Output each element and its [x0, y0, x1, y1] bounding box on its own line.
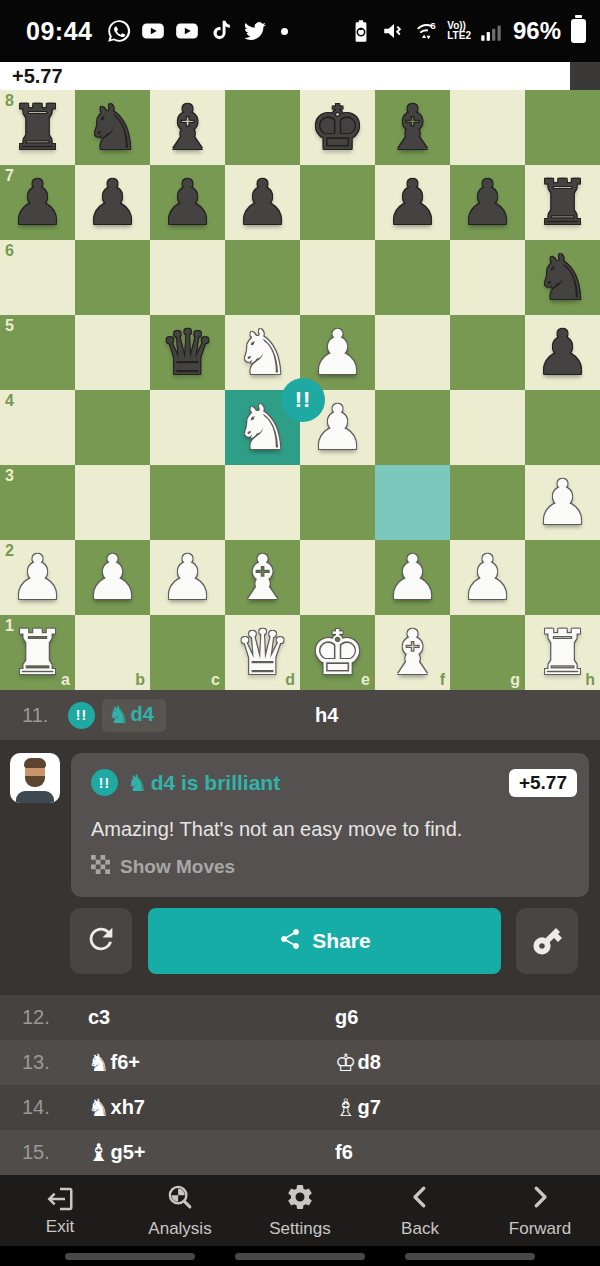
black-bishop-c8: ♝ — [160, 90, 216, 165]
nav-exit-label: Exit — [46, 1217, 74, 1237]
brilliant-badge: !! — [91, 769, 118, 796]
square-b2[interactable]: ♟ — [75, 540, 150, 615]
soft-key-pill[interactable] — [405, 1253, 535, 1260]
square-f4[interactable] — [375, 390, 450, 465]
feedback-title: d4 is brilliant — [151, 771, 281, 795]
chess-analysis-app: 09:44 6 Vo)) LTE2 96% +5.77 !! 8♜♞♝♚♝7♟♟… — [0, 0, 600, 1266]
square-e8[interactable]: ♚ — [300, 90, 375, 165]
square-g8[interactable] — [450, 90, 525, 165]
rank-label-3: 3 — [5, 467, 14, 485]
square-c1[interactable]: c — [150, 615, 225, 690]
white-pawn-h3: ♟ — [535, 465, 591, 540]
square-h1[interactable]: h♜ — [525, 615, 600, 690]
file-label-h: h — [585, 671, 595, 689]
chevron-left-icon — [405, 1182, 435, 1216]
square-a3[interactable]: 3 — [0, 465, 75, 540]
square-d8[interactable] — [225, 90, 300, 165]
white-pawn-c2: ♟ — [160, 540, 216, 615]
square-h3[interactable]: ♟ — [525, 465, 600, 540]
signal-bars-icon — [478, 18, 504, 44]
black-move[interactable]: ♔d8 — [335, 1049, 600, 1077]
square-b8[interactable]: ♞ — [75, 90, 150, 165]
rank-label-8: 8 — [5, 92, 14, 110]
white-rook-a1: ♜ — [10, 615, 66, 690]
rank-label-6: 6 — [5, 242, 14, 260]
eval-score-badge: +5.77 — [509, 769, 577, 797]
square-c3[interactable] — [150, 465, 225, 540]
move-row-13: 13.♞f6+♔d8 — [0, 1040, 600, 1085]
white-knight-d5: ♞ — [235, 315, 291, 390]
file-label-e: e — [361, 671, 370, 689]
show-moves-label: Show Moves — [120, 856, 235, 878]
move-number: 14. — [22, 1096, 68, 1119]
checkerboard-icon — [91, 855, 110, 879]
white-move[interactable]: ♞xh7 — [68, 1094, 335, 1122]
square-g3[interactable] — [450, 465, 525, 540]
black-rook-a8: ♜ — [10, 90, 66, 165]
nav-analysis[interactable]: Analysis — [120, 1175, 240, 1246]
square-c4[interactable] — [150, 390, 225, 465]
rank-label-7: 7 — [5, 167, 14, 185]
square-d3[interactable] — [225, 465, 300, 540]
nav-back[interactable]: Back — [360, 1175, 480, 1246]
nav-analysis-label: Analysis — [148, 1219, 211, 1239]
nav-forward-label: Forward — [509, 1219, 571, 1239]
square-b7[interactable]: ♟ — [75, 165, 150, 240]
black-pawn-h5: ♟ — [535, 315, 591, 390]
white-move[interactable]: c3 — [68, 1006, 335, 1029]
square-a4[interactable]: 4 — [0, 390, 75, 465]
square-a1[interactable]: 1a♜ — [0, 615, 75, 690]
nav-exit[interactable]: Exit — [0, 1175, 120, 1246]
rank-label-4: 4 — [5, 392, 14, 410]
share-button[interactable]: Share — [148, 908, 501, 974]
white-king-e1: ♚ — [310, 615, 366, 690]
android-gesture-bar — [0, 1246, 600, 1266]
battery-percent: 96% — [513, 17, 561, 45]
square-c2[interactable]: ♟ — [150, 540, 225, 615]
file-label-g: g — [510, 671, 520, 689]
nav-settings-label: Settings — [269, 1219, 330, 1239]
square-f3[interactable] — [375, 465, 450, 540]
move-san: d4 — [131, 703, 154, 726]
move-san: g7 — [358, 1096, 381, 1119]
move-row-12: 12.c3g6 — [0, 995, 600, 1040]
square-c6[interactable] — [150, 240, 225, 315]
black-queen-c5: ♛ — [160, 315, 216, 390]
battery-icon — [571, 19, 586, 43]
status-bar: 09:44 6 Vo)) LTE2 96% — [0, 0, 600, 62]
black-knight-h6: ♞ — [535, 240, 591, 315]
square-g4[interactable] — [450, 390, 525, 465]
move-san: f6 — [335, 1141, 353, 1164]
wifi6-icon: 6 — [414, 18, 440, 44]
evaluation-value: +5.77 — [0, 65, 63, 88]
move-number: 11. — [22, 704, 68, 727]
square-g5[interactable] — [450, 315, 525, 390]
move-san: c3 — [88, 1006, 110, 1029]
move-san: g6 — [335, 1006, 358, 1029]
file-label-d: d — [285, 671, 295, 689]
move-number: 15. — [22, 1141, 68, 1164]
square-a5[interactable]: 5 — [0, 315, 75, 390]
move-feedback-panel: !! ♞ d4 is brilliant +5.77 Amazing! That… — [71, 753, 589, 897]
youtube-icon — [140, 18, 166, 44]
wn-figurine-icon: ♞ — [88, 1049, 110, 1077]
square-a7[interactable]: 7♟ — [0, 165, 75, 240]
white-pawn-g2: ♟ — [460, 540, 516, 615]
nav-back-label: Back — [401, 1219, 439, 1239]
square-e2[interactable] — [300, 540, 375, 615]
white-pawn-f2: ♟ — [385, 540, 441, 615]
white-bishop-f1: ♝ — [385, 615, 441, 690]
white-pawn-a2: ♟ — [10, 540, 66, 615]
soft-key-pill[interactable] — [65, 1253, 195, 1260]
move-number: 13. — [22, 1051, 68, 1074]
square-h7[interactable]: ♜ — [525, 165, 600, 240]
brilliant-move-badge: !! — [281, 378, 325, 422]
brilliant-badge: !! — [68, 702, 95, 729]
file-label-f: f — [440, 671, 445, 689]
white-queen-d1: ♛ — [235, 615, 291, 690]
square-f7[interactable]: ♟ — [375, 165, 450, 240]
square-h2[interactable] — [525, 540, 600, 615]
wb-figurine-icon: ♝ — [88, 1139, 110, 1167]
rank-label-2: 2 — [5, 542, 14, 560]
black-knight-b8: ♞ — [85, 90, 141, 165]
square-b3[interactable] — [75, 465, 150, 540]
square-f6[interactable] — [375, 240, 450, 315]
square-b6[interactable] — [75, 240, 150, 315]
square-h4[interactable] — [525, 390, 600, 465]
square-g6[interactable] — [450, 240, 525, 315]
square-e6[interactable] — [300, 240, 375, 315]
move-san: g5+ — [111, 1141, 146, 1164]
white-rook-h1: ♜ — [535, 615, 591, 690]
square-b5[interactable] — [75, 315, 150, 390]
evaluation-bar: +5.77 — [0, 62, 600, 90]
white-move[interactable]: ♝g5+ — [68, 1139, 335, 1167]
white-bishop-d2: ♝ — [235, 540, 291, 615]
wn-figurine-icon: ♞ — [108, 701, 130, 729]
analysis-icon — [165, 1182, 195, 1216]
white-move[interactable]: ♞f6+ — [68, 1049, 335, 1077]
rank-label-5: 5 — [5, 317, 14, 335]
black-move[interactable]: ♗g7 — [335, 1094, 600, 1122]
file-label-b: b — [135, 671, 145, 689]
bottom-nav: Exit Analysis Settings Back Forward — [0, 1175, 600, 1246]
brilliant-move-chip: ♞d4 — [102, 699, 166, 732]
square-a8[interactable]: 8♜ — [0, 90, 75, 165]
black-pawn-c7: ♟ — [160, 165, 216, 240]
coach-comment: Amazing! That's not an easy move to find… — [91, 818, 575, 841]
square-e3[interactable] — [300, 465, 375, 540]
move-row-11: 11.!!♞d4h4 — [0, 690, 600, 740]
square-d2[interactable]: ♝ — [225, 540, 300, 615]
file-label-c: c — [211, 671, 220, 689]
show-moves-button[interactable]: Show Moves — [91, 855, 575, 879]
black-pawn-g7: ♟ — [460, 165, 516, 240]
svg-text:6: 6 — [430, 20, 436, 31]
mute-vibrate-icon — [381, 18, 407, 44]
square-c5[interactable]: ♛ — [150, 315, 225, 390]
key-button[interactable] — [516, 908, 578, 974]
square-h8[interactable] — [525, 90, 600, 165]
move-san: f6+ — [111, 1051, 140, 1074]
square-f8[interactable]: ♝ — [375, 90, 450, 165]
network-type-label: Vo)) LTE2 — [447, 21, 471, 41]
evaluation-bar-black-segment — [570, 62, 600, 90]
youtube-icon — [174, 18, 200, 44]
share-label: Share — [312, 929, 370, 953]
coach-avatar — [10, 753, 60, 803]
exit-icon — [45, 1184, 75, 1214]
white-pawn-e5: ♟ — [310, 315, 366, 390]
black-rook-h7: ♜ — [535, 165, 591, 240]
file-label-a: a — [61, 671, 70, 689]
black-move[interactable]: g6 — [335, 1006, 600, 1029]
move-san: xh7 — [111, 1096, 145, 1119]
move-row-14: 14.♞xh7♗g7 — [0, 1085, 600, 1130]
black-king-e8: ♚ — [310, 90, 366, 165]
square-c8[interactable]: ♝ — [150, 90, 225, 165]
black-pawn-f7: ♟ — [385, 165, 441, 240]
wn-figurine-icon: ♞ — [88, 1094, 110, 1122]
black-move[interactable]: h4 — [315, 704, 600, 727]
tiktok-icon — [208, 18, 234, 44]
soft-key-pill[interactable] — [235, 1253, 365, 1260]
square-h6[interactable]: ♞ — [525, 240, 600, 315]
refresh-icon — [84, 922, 118, 960]
square-d6[interactable] — [225, 240, 300, 315]
bb-figurine-icon: ♗ — [335, 1094, 357, 1122]
square-f2[interactable]: ♟ — [375, 540, 450, 615]
battery-saver-icon — [348, 18, 374, 44]
square-d7[interactable]: ♟ — [225, 165, 300, 240]
rank-label-1: 1 — [5, 617, 14, 635]
square-f5[interactable] — [375, 315, 450, 390]
knight-figurine-icon: ♞ — [127, 770, 148, 796]
square-b1[interactable]: b — [75, 615, 150, 690]
square-g2[interactable]: ♟ — [450, 540, 525, 615]
white-move[interactable]: !!♞d4 — [68, 699, 315, 732]
square-f1[interactable]: f♝ — [375, 615, 450, 690]
bk-figurine-icon: ♔ — [335, 1049, 357, 1077]
black-pawn-a7: ♟ — [10, 165, 66, 240]
analysis-section: !! ♞ d4 is brilliant +5.77 Amazing! That… — [0, 740, 600, 995]
whatsapp-icon — [106, 18, 132, 44]
square-a6[interactable]: 6 — [0, 240, 75, 315]
move-number: 12. — [22, 1006, 68, 1029]
clock-time: 09:44 — [26, 17, 92, 46]
black-pawn-b7: ♟ — [85, 165, 141, 240]
notification-dot — [281, 28, 288, 35]
retry-button[interactable] — [70, 908, 132, 974]
key-icon — [523, 917, 571, 965]
nav-forward[interactable]: Forward — [480, 1175, 600, 1246]
square-d5[interactable]: ♞ — [225, 315, 300, 390]
square-d1[interactable]: d♛ — [225, 615, 300, 690]
square-e1[interactable]: e♚ — [300, 615, 375, 690]
square-h5[interactable]: ♟ — [525, 315, 600, 390]
square-c7[interactable]: ♟ — [150, 165, 225, 240]
status-bar-right: 6 Vo)) LTE2 96% — [348, 17, 600, 45]
settings-gear-icon — [285, 1182, 315, 1216]
square-g7[interactable]: ♟ — [450, 165, 525, 240]
move-row-15: 15.♝g5+f6 — [0, 1130, 600, 1175]
feedback-title-row: !! ♞ d4 is brilliant +5.77 — [91, 769, 575, 796]
chevron-right-icon — [525, 1182, 555, 1216]
move-san: d8 — [358, 1051, 381, 1074]
move-san: h4 — [315, 704, 338, 727]
black-pawn-d7: ♟ — [235, 165, 291, 240]
chess-board: !! 8♜♞♝♚♝7♟♟♟♟♟♟♜6♞5♛♞♟♟4♞♟3♟2♟♟♟♝♟♟1a♜b… — [0, 90, 600, 690]
share-icon — [278, 927, 302, 956]
square-e7[interactable] — [300, 165, 375, 240]
black-move[interactable]: f6 — [335, 1141, 600, 1164]
nav-settings[interactable]: Settings — [240, 1175, 360, 1246]
black-bishop-f8: ♝ — [385, 90, 441, 165]
white-pawn-b2: ♟ — [85, 540, 141, 615]
square-g1[interactable]: g — [450, 615, 525, 690]
square-b4[interactable] — [75, 390, 150, 465]
twitter-icon — [242, 18, 268, 44]
square-a2[interactable]: 2♟ — [0, 540, 75, 615]
